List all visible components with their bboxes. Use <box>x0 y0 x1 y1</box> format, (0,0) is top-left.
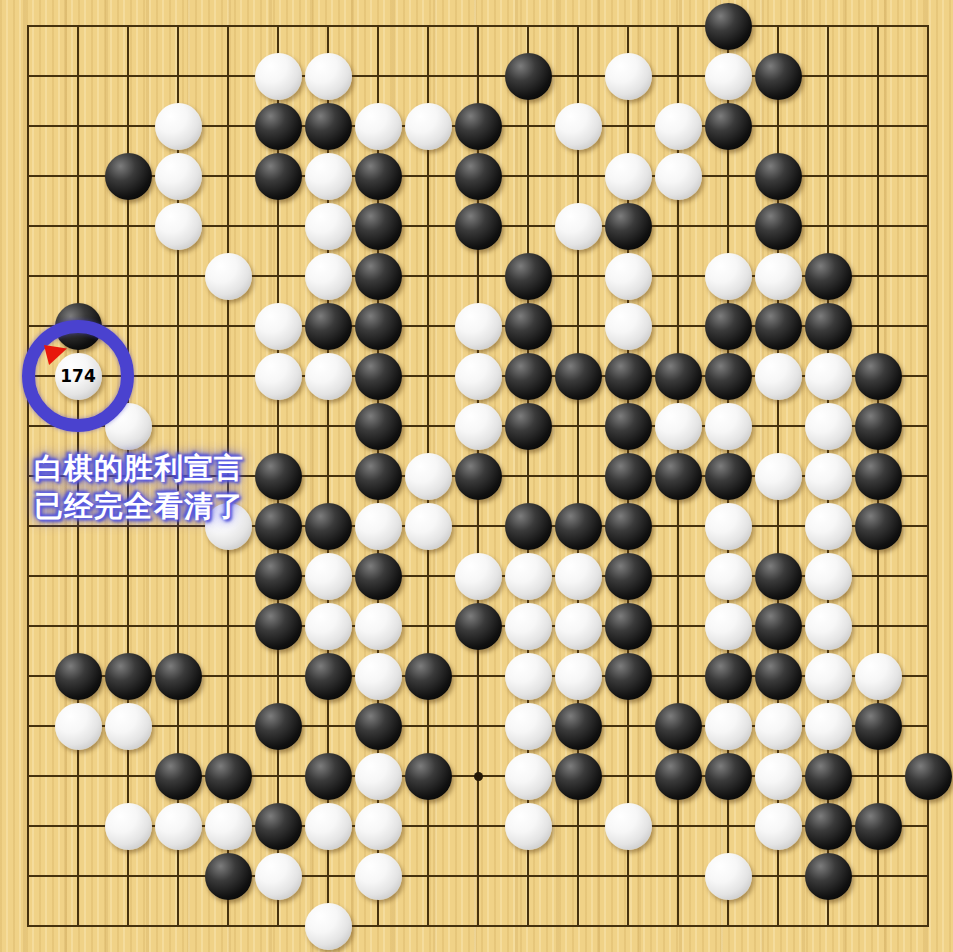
stone-white <box>255 303 302 350</box>
stone-black <box>555 503 602 550</box>
stone-black <box>605 603 652 650</box>
star-point <box>474 772 483 781</box>
stone-white <box>305 203 352 250</box>
stone-white <box>305 253 352 300</box>
stone-black <box>555 753 602 800</box>
stone-black <box>605 503 652 550</box>
stone-black <box>705 653 752 700</box>
stone-black <box>455 453 502 500</box>
stone-black <box>255 503 302 550</box>
stone-black <box>505 303 552 350</box>
stone-black <box>855 353 902 400</box>
stone-black <box>255 803 302 850</box>
stone-white <box>805 703 852 750</box>
stone-white <box>455 303 502 350</box>
stone-black <box>305 753 352 800</box>
stone-black <box>355 353 402 400</box>
stone-white <box>405 503 452 550</box>
stone-black <box>755 53 802 100</box>
stone-white <box>155 203 202 250</box>
stone-white <box>805 553 852 600</box>
stone-black <box>505 503 552 550</box>
stone-black <box>455 153 502 200</box>
stone-black <box>205 753 252 800</box>
stone-white <box>305 53 352 100</box>
stone-white <box>805 653 852 700</box>
stone-white <box>505 603 552 650</box>
stone-white <box>305 803 352 850</box>
stone-black <box>505 403 552 450</box>
stone-black <box>255 453 302 500</box>
stone-black <box>305 103 352 150</box>
stone-white <box>55 703 102 750</box>
stone-white <box>105 803 152 850</box>
stone-white <box>605 153 652 200</box>
stone-white <box>605 303 652 350</box>
stone-white <box>755 753 802 800</box>
stone-white <box>405 453 452 500</box>
stone-black <box>755 153 802 200</box>
stone-white <box>405 103 452 150</box>
stone-white <box>305 903 352 950</box>
stone-black <box>355 203 402 250</box>
stone-black <box>805 253 852 300</box>
stone-white <box>355 603 402 650</box>
stone-black <box>855 703 902 750</box>
stone-white <box>805 403 852 450</box>
stone-black <box>305 303 352 350</box>
stone-white <box>605 253 652 300</box>
stone-white <box>505 803 552 850</box>
stone-black <box>755 303 802 350</box>
stone-black <box>905 753 952 800</box>
stone-black <box>455 103 502 150</box>
stone-white <box>455 553 502 600</box>
stone-black <box>405 753 452 800</box>
stone-white <box>655 153 702 200</box>
stone-black <box>355 303 402 350</box>
stone-white <box>255 353 302 400</box>
stone-black <box>705 303 752 350</box>
stone-black <box>755 553 802 600</box>
stone-black <box>605 203 652 250</box>
stone-white <box>305 553 352 600</box>
stone-white <box>355 103 402 150</box>
stone-white <box>505 753 552 800</box>
stone-black <box>655 353 702 400</box>
stone-white <box>105 703 152 750</box>
stone-white <box>805 503 852 550</box>
stone-black <box>505 53 552 100</box>
stone-black <box>555 353 602 400</box>
stone-black <box>355 253 402 300</box>
stone-white <box>655 403 702 450</box>
stone-white <box>755 703 802 750</box>
stone-black <box>355 553 402 600</box>
stone-black <box>705 353 752 400</box>
stone-white <box>555 103 602 150</box>
stone-black <box>105 653 152 700</box>
stone-white <box>705 853 752 900</box>
stone-black <box>805 803 852 850</box>
stone-black <box>605 353 652 400</box>
stone-white <box>805 353 852 400</box>
go-board[interactable]: 174 白棋的胜利宣言 已经完全看清了 <box>0 0 953 952</box>
stone-black <box>655 753 702 800</box>
stone-white <box>705 553 752 600</box>
move-number-label: 174 <box>55 367 102 385</box>
stone-white <box>205 253 252 300</box>
stone-white <box>505 553 552 600</box>
stone-black <box>655 453 702 500</box>
stone-black <box>255 603 302 650</box>
stone-white <box>855 653 902 700</box>
stone-white <box>755 803 802 850</box>
annotation-line-1: 白棋的胜利宣言 <box>34 449 244 487</box>
stone-white <box>605 53 652 100</box>
stone-white <box>205 803 252 850</box>
stone-black <box>155 753 202 800</box>
stone-black <box>705 753 752 800</box>
stone-white <box>555 553 602 600</box>
stone-white <box>155 103 202 150</box>
stone-white <box>555 203 602 250</box>
stone-black <box>305 503 352 550</box>
stone-white <box>555 653 602 700</box>
stone-black <box>855 453 902 500</box>
stone-white <box>705 53 752 100</box>
stone-black <box>605 453 652 500</box>
stone-black <box>755 203 802 250</box>
stone-black <box>205 853 252 900</box>
stone-white <box>155 153 202 200</box>
stone-white <box>305 153 352 200</box>
stone-white <box>755 453 802 500</box>
stone-white <box>355 853 402 900</box>
stone-black <box>605 403 652 450</box>
stone-white <box>705 503 752 550</box>
stone-black <box>705 3 752 50</box>
stone-black <box>405 653 452 700</box>
stone-white <box>805 603 852 650</box>
stone-white <box>255 53 302 100</box>
stone-white <box>255 853 302 900</box>
stone-black <box>755 603 802 650</box>
stone-white <box>605 803 652 850</box>
stone-white <box>355 753 402 800</box>
stone-black <box>755 653 802 700</box>
stone-black <box>255 153 302 200</box>
stone-black <box>255 703 302 750</box>
stone-white <box>505 653 552 700</box>
stone-black <box>505 353 552 400</box>
stone-black <box>655 703 702 750</box>
stone-black <box>355 703 402 750</box>
stone-black <box>55 653 102 700</box>
annotation-text: 白棋的胜利宣言 已经完全看清了 <box>34 449 244 525</box>
stone-black <box>355 453 402 500</box>
stone-white <box>755 253 802 300</box>
stone-black <box>605 553 652 600</box>
stone-black <box>305 653 352 700</box>
stone-black <box>455 203 502 250</box>
stone-black <box>555 703 602 750</box>
stone-white <box>705 403 752 450</box>
stone-white <box>305 603 352 650</box>
stone-white <box>355 803 402 850</box>
stone-black <box>855 803 902 850</box>
stone-black <box>155 653 202 700</box>
stone-white <box>655 103 702 150</box>
stone-black <box>455 603 502 650</box>
stone-black <box>355 403 402 450</box>
stone-black <box>805 753 852 800</box>
stone-white <box>455 353 502 400</box>
stone-white <box>705 703 752 750</box>
stone-black <box>355 153 402 200</box>
stone-white <box>455 403 502 450</box>
stone-white <box>355 653 402 700</box>
stone-white <box>555 603 602 650</box>
stone-black <box>855 403 902 450</box>
stone-black <box>805 303 852 350</box>
stone-white <box>305 353 352 400</box>
stone-black <box>255 103 302 150</box>
stone-black <box>855 503 902 550</box>
stone-white <box>705 253 752 300</box>
stone-white <box>705 603 752 650</box>
stone-black <box>705 453 752 500</box>
stone-white <box>155 803 202 850</box>
stone-white <box>805 453 852 500</box>
stone-black <box>255 553 302 600</box>
stone-black <box>505 253 552 300</box>
stone-black <box>105 153 152 200</box>
stone-black <box>805 853 852 900</box>
stone-black <box>605 653 652 700</box>
stone-white <box>505 703 552 750</box>
stone-white <box>755 353 802 400</box>
stone-white <box>355 503 402 550</box>
stone-black <box>705 103 752 150</box>
annotation-line-2: 已经完全看清了 <box>34 487 244 525</box>
